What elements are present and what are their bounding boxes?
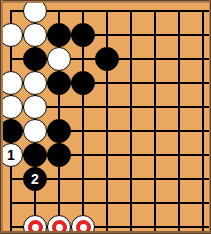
intersection-c5-r0 — [119, 0, 143, 23]
intersection-c2-r8 — [47, 191, 71, 215]
intersection-c0-r2 — [0, 47, 23, 71]
intersection-c5-r8 — [119, 191, 143, 215]
white-stone — [0, 23, 23, 47]
white-stone — [0, 71, 23, 95]
intersection-c2-r0 — [47, 0, 71, 23]
intersection-c6-r6 — [143, 143, 167, 167]
intersection-c1-r7: 2 — [23, 167, 47, 191]
intersection-c8-r0 — [191, 0, 211, 23]
intersection-c5-r4 — [119, 95, 143, 119]
intersection-c4-r3 — [95, 71, 119, 95]
white-stone — [23, 23, 47, 47]
intersection-c7-r7 — [167, 167, 191, 191]
intersection-c1-r3 — [23, 71, 47, 95]
white-stone — [23, 119, 47, 143]
intersection-c6-r2 — [143, 47, 167, 71]
intersection-c6-r1 — [143, 23, 167, 47]
intersection-c7-r6 — [167, 143, 191, 167]
intersection-c0-r3 — [0, 71, 23, 95]
intersection-c6-r4 — [143, 95, 167, 119]
intersection-c7-r2 — [167, 47, 191, 71]
intersection-c2-r6 — [47, 143, 71, 167]
intersection-c3-r3 — [71, 71, 95, 95]
intersection-c4-r6 — [95, 143, 119, 167]
white-stone — [47, 47, 71, 71]
black-stone — [23, 143, 47, 167]
intersection-c8-r6 — [191, 143, 211, 167]
black-stone-move-2: 2 — [23, 167, 47, 191]
intersection-c4-r1 — [95, 23, 119, 47]
intersection-c6-r8 — [143, 191, 167, 215]
white-stone-move-1: 1 — [0, 143, 23, 167]
intersection-c0-r5 — [0, 119, 23, 143]
intersection-c0-r6: 1 — [0, 143, 23, 167]
black-stone — [0, 119, 23, 143]
intersection-c2-r1 — [47, 23, 71, 47]
intersection-c5-r5 — [119, 119, 143, 143]
intersection-c1-r6 — [23, 143, 47, 167]
intersection-c4-r8 — [95, 191, 119, 215]
intersection-c0-r1 — [0, 23, 23, 47]
intersection-c7-r5 — [167, 119, 191, 143]
intersection-c5-r2 — [119, 47, 143, 71]
intersection-c3-r5 — [71, 119, 95, 143]
intersection-c4-r2 — [95, 47, 119, 71]
intersection-c2-r3 — [47, 71, 71, 95]
go-board-grid: 12 — [0, 0, 211, 234]
white-stone — [23, 95, 47, 119]
intersection-c0-r7 — [0, 167, 23, 191]
frame-border-bottom — [0, 231, 211, 234]
go-diagram: 12 — [0, 0, 211, 234]
intersection-c2-r2 — [47, 47, 71, 71]
intersection-c8-r3 — [191, 71, 211, 95]
intersection-c1-r0 — [23, 0, 47, 23]
intersection-c8-r4 — [191, 95, 211, 119]
intersection-c1-r1 — [23, 23, 47, 47]
intersection-c8-r5 — [191, 119, 211, 143]
intersection-c5-r7 — [119, 167, 143, 191]
frame-border-left — [0, 0, 3, 234]
black-stone — [47, 23, 71, 47]
black-stone — [47, 71, 71, 95]
intersection-c3-r8 — [71, 191, 95, 215]
intersection-c5-r6 — [119, 143, 143, 167]
intersection-c8-r1 — [191, 23, 211, 47]
intersection-c0-r4 — [0, 95, 23, 119]
black-stone — [47, 143, 71, 167]
intersection-c3-r0 — [71, 0, 95, 23]
intersection-c0-r0 — [0, 0, 23, 23]
intersection-c3-r7 — [71, 167, 95, 191]
black-stone — [23, 47, 47, 71]
black-stone — [71, 71, 95, 95]
intersection-c7-r3 — [167, 71, 191, 95]
intersection-c7-r8 — [167, 191, 191, 215]
frame-border-right — [209, 0, 211, 234]
intersection-c1-r5 — [23, 119, 47, 143]
intersection-c6-r0 — [143, 0, 167, 23]
intersection-c5-r1 — [119, 23, 143, 47]
intersection-c4-r7 — [95, 167, 119, 191]
intersection-c1-r2 — [23, 47, 47, 71]
move-number-label: 1 — [7, 148, 15, 162]
intersection-c0-r8 — [0, 191, 23, 215]
intersection-c8-r7 — [191, 167, 211, 191]
intersection-c4-r5 — [95, 119, 119, 143]
intersection-c6-r7 — [143, 167, 167, 191]
intersection-c8-r2 — [191, 47, 211, 71]
intersection-c3-r2 — [71, 47, 95, 71]
intersection-c8-r8 — [191, 191, 211, 215]
intersection-c3-r6 — [71, 143, 95, 167]
intersection-c3-r4 — [71, 95, 95, 119]
move-number-label: 2 — [31, 172, 39, 186]
intersection-c2-r4 — [47, 95, 71, 119]
black-stone — [95, 47, 119, 71]
black-stone — [71, 23, 95, 47]
intersection-c4-r4 — [95, 95, 119, 119]
white-stone — [23, 71, 47, 95]
intersection-c7-r0 — [167, 0, 191, 23]
intersection-c4-r0 — [95, 0, 119, 23]
intersection-c6-r3 — [143, 71, 167, 95]
frame-border-top — [0, 0, 211, 3]
intersection-c6-r5 — [143, 119, 167, 143]
intersection-c1-r4 — [23, 95, 47, 119]
intersection-c3-r1 — [71, 23, 95, 47]
intersection-c5-r3 — [119, 71, 143, 95]
black-stone — [47, 119, 71, 143]
intersection-c1-r8 — [23, 191, 47, 215]
intersection-c7-r4 — [167, 95, 191, 119]
white-stone — [23, 0, 47, 23]
white-stone — [0, 95, 23, 119]
intersection-c2-r7 — [47, 167, 71, 191]
intersection-c7-r1 — [167, 23, 191, 47]
intersection-c2-r5 — [47, 119, 71, 143]
